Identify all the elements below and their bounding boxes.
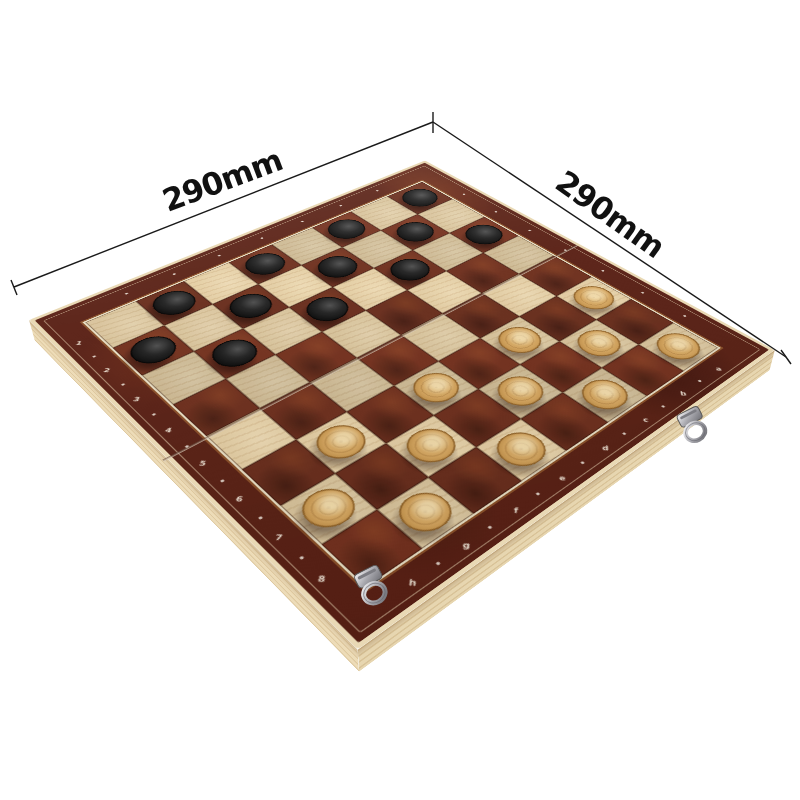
piece-side-layer (204, 335, 265, 373)
piece-top-face (405, 368, 468, 409)
checker-piece-wood[interactable] (292, 482, 364, 535)
pin-dot (218, 254, 222, 256)
checker-piece-wood[interactable] (573, 374, 636, 415)
piece-side-layer (292, 482, 364, 535)
metal-latch-right (662, 398, 726, 458)
board-cell[interactable] (377, 477, 474, 548)
checker-piece-wood[interactable] (397, 423, 465, 469)
piece-side-layer (397, 423, 465, 469)
pieces-layer (85, 182, 718, 587)
piece-shadow (478, 429, 561, 487)
board-cell[interactable] (386, 415, 476, 477)
pin-dot (436, 561, 441, 565)
pin-dot (172, 273, 176, 275)
checker-piece-wood[interactable] (487, 426, 555, 473)
piece-side-layer (397, 423, 465, 469)
pin-dot (622, 431, 627, 434)
piece-side-layer (292, 482, 364, 535)
pin-dot (697, 379, 701, 382)
board-cell[interactable] (310, 358, 394, 412)
pin-dot (258, 515, 263, 519)
rank-number-label: 8 (313, 573, 331, 586)
piece-side-layer (292, 482, 364, 535)
pin-dot (641, 291, 645, 293)
board-cell[interactable] (194, 329, 275, 379)
piece-shadow (297, 422, 379, 479)
piece-side-layer (405, 368, 468, 409)
piece-top-face (123, 331, 184, 368)
piece-side-layer (573, 374, 636, 415)
piece-top-face (397, 423, 465, 469)
checker-piece-wood[interactable] (489, 371, 552, 412)
checker-piece-black[interactable] (204, 335, 265, 373)
board-cell[interactable] (260, 382, 347, 439)
piece-side-layer (389, 486, 462, 540)
piece-side-layer (405, 368, 468, 409)
piece-side-layer (405, 368, 468, 409)
piece-side-layer (292, 482, 364, 535)
pin-dot (301, 220, 305, 222)
piece-side-layer (573, 374, 636, 415)
piece-side-layer (573, 374, 636, 415)
piece-side-layer (489, 371, 552, 412)
file-letter-label: f (509, 505, 524, 516)
piece-side-layer (573, 374, 636, 415)
board-cell[interactable] (335, 443, 428, 509)
metal-latch-bottom (338, 556, 408, 622)
piece-top-face (489, 371, 552, 412)
pin-dot (121, 383, 126, 386)
piece-side-layer (487, 426, 555, 473)
pin-dot (462, 193, 465, 195)
pin-dot (563, 249, 567, 251)
board-cell[interactable] (206, 408, 296, 469)
piece-side-layer (307, 419, 374, 465)
board-cell[interactable] (142, 351, 226, 404)
pin-dot (494, 211, 498, 213)
pin-dot (339, 205, 343, 207)
piece-side-layer (123, 331, 184, 368)
board-cell[interactable] (428, 447, 521, 514)
piece-top-face (389, 486, 462, 540)
piece-side-layer (307, 419, 374, 465)
piece-shadow (565, 376, 643, 427)
piece-side-layer (307, 419, 374, 465)
board-cell[interactable] (394, 361, 478, 415)
piece-top-face (307, 419, 374, 465)
piece-shadow (281, 485, 370, 551)
board-cell[interactable] (226, 355, 310, 409)
board-cell[interactable] (357, 335, 439, 386)
pin-dot (92, 355, 96, 358)
piece-side-layer (489, 371, 552, 412)
piece-top-face (204, 335, 265, 373)
piece-side-layer (204, 335, 265, 373)
pin-dot (683, 314, 687, 316)
piece-top-face (573, 374, 636, 415)
piece-side-layer (123, 331, 184, 368)
pin-dot (125, 292, 129, 294)
pin-dot (528, 229, 532, 231)
piece-shadow (194, 337, 268, 384)
piece-side-layer (405, 368, 468, 409)
piece-side-layer (307, 419, 374, 465)
piece-side-layer (123, 331, 184, 368)
piece-side-layer (487, 426, 555, 473)
board-cell[interactable] (563, 368, 647, 423)
piece-side-layer (389, 486, 462, 540)
pin-dot (376, 190, 379, 192)
rank-number-label: 6 (230, 494, 248, 505)
piece-shadow (112, 333, 186, 379)
board-cell[interactable] (476, 419, 566, 481)
piece-side-layer (397, 423, 465, 469)
pin-dot (260, 237, 264, 239)
piece-side-layer (204, 335, 265, 373)
board-cell[interactable] (242, 440, 335, 506)
piece-side-layer (397, 423, 465, 469)
piece-side-layer (489, 371, 552, 412)
checker-piece-wood[interactable] (389, 486, 462, 540)
board-cell[interactable] (173, 379, 260, 436)
product-photo-canvas: 12345678abcdefgh 290mm 290mm (0, 0, 800, 800)
file-letter-label: e (555, 473, 570, 484)
checker-piece-wood[interactable] (307, 419, 374, 465)
piece-shadow (480, 373, 557, 423)
piece-top-face (487, 426, 555, 473)
pin-dot (487, 525, 492, 529)
piece-side-layer (487, 426, 555, 473)
piece-side-layer (389, 486, 462, 540)
board-cell[interactable] (347, 386, 434, 444)
piece-shadow (378, 489, 467, 555)
piece-shadow (395, 370, 472, 420)
board-cell[interactable] (275, 332, 356, 382)
piece-side-layer (204, 335, 265, 373)
pin-dot (185, 444, 190, 447)
piece-shadow (388, 425, 471, 482)
rank-number-label: 2 (98, 366, 115, 374)
board-cell[interactable] (296, 412, 386, 474)
piece-side-layer (123, 331, 184, 368)
pin-dot (601, 269, 605, 271)
checker-piece-black[interactable] (123, 331, 184, 368)
board-cell[interactable] (521, 393, 608, 451)
pin-dot (220, 478, 225, 482)
piece-side-layer (389, 486, 462, 540)
board-cell[interactable] (434, 389, 521, 447)
pin-dot (535, 491, 540, 495)
file-letter-label: c (638, 416, 653, 425)
piece-top-face (292, 482, 364, 535)
board-cell[interactable] (280, 473, 377, 544)
pin-dot (580, 460, 585, 463)
pin-dot (152, 412, 157, 415)
checker-piece-wood[interactable] (405, 368, 468, 409)
piece-side-layer (487, 426, 555, 473)
piece-side-layer (489, 371, 552, 412)
rank-number-label: 4 (160, 426, 177, 436)
pin-dot (299, 555, 304, 559)
